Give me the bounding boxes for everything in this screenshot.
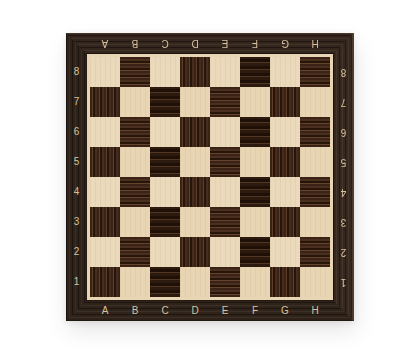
square-g7[interactable] (270, 87, 300, 117)
square-b6[interactable] (120, 117, 150, 147)
square-g5[interactable] (270, 147, 300, 177)
square-e1[interactable] (210, 267, 240, 297)
square-h8[interactable] (300, 57, 330, 87)
square-d8[interactable] (180, 57, 210, 87)
square-f7[interactable] (240, 87, 270, 117)
square-a1[interactable] (90, 267, 120, 297)
square-d6[interactable] (180, 117, 210, 147)
frame-left-rail (66, 33, 87, 321)
photo-background: ABCDEFGH ABCDEFGH 87654321 87654321 (0, 0, 420, 355)
square-a3[interactable] (90, 207, 120, 237)
squares-grid (90, 57, 330, 297)
square-c2[interactable] (150, 237, 180, 267)
square-e5[interactable] (210, 147, 240, 177)
square-e2[interactable] (210, 237, 240, 267)
chessboard: ABCDEFGH ABCDEFGH 87654321 87654321 (66, 33, 354, 321)
square-e7[interactable] (210, 87, 240, 117)
frame-right-rail (333, 33, 354, 321)
square-e3[interactable] (210, 207, 240, 237)
square-a4[interactable] (90, 177, 120, 207)
square-h3[interactable] (300, 207, 330, 237)
square-b2[interactable] (120, 237, 150, 267)
square-b7[interactable] (120, 87, 150, 117)
playing-field (87, 54, 333, 300)
square-g1[interactable] (270, 267, 300, 297)
square-h7[interactable] (300, 87, 330, 117)
square-c6[interactable] (150, 117, 180, 147)
square-c3[interactable] (150, 207, 180, 237)
square-g8[interactable] (270, 57, 300, 87)
square-f4[interactable] (240, 177, 270, 207)
square-e6[interactable] (210, 117, 240, 147)
square-a8[interactable] (90, 57, 120, 87)
square-g6[interactable] (270, 117, 300, 147)
square-f6[interactable] (240, 117, 270, 147)
square-b8[interactable] (120, 57, 150, 87)
square-h1[interactable] (300, 267, 330, 297)
square-a6[interactable] (90, 117, 120, 147)
square-g4[interactable] (270, 177, 300, 207)
frame-bottom-rail (66, 300, 354, 321)
square-d7[interactable] (180, 87, 210, 117)
square-g3[interactable] (270, 207, 300, 237)
square-f5[interactable] (240, 147, 270, 177)
square-f8[interactable] (240, 57, 270, 87)
square-h6[interactable] (300, 117, 330, 147)
square-d5[interactable] (180, 147, 210, 177)
square-b3[interactable] (120, 207, 150, 237)
square-h2[interactable] (300, 237, 330, 267)
square-c8[interactable] (150, 57, 180, 87)
square-c7[interactable] (150, 87, 180, 117)
frame-top-rail (66, 33, 354, 54)
square-a5[interactable] (90, 147, 120, 177)
square-e4[interactable] (210, 177, 240, 207)
square-c4[interactable] (150, 177, 180, 207)
square-d2[interactable] (180, 237, 210, 267)
square-b5[interactable] (120, 147, 150, 177)
square-b4[interactable] (120, 177, 150, 207)
square-f2[interactable] (240, 237, 270, 267)
square-d4[interactable] (180, 177, 210, 207)
square-h5[interactable] (300, 147, 330, 177)
square-b1[interactable] (120, 267, 150, 297)
square-c5[interactable] (150, 147, 180, 177)
square-g2[interactable] (270, 237, 300, 267)
square-f1[interactable] (240, 267, 270, 297)
square-a7[interactable] (90, 87, 120, 117)
square-f3[interactable] (240, 207, 270, 237)
square-d3[interactable] (180, 207, 210, 237)
square-c1[interactable] (150, 267, 180, 297)
square-h4[interactable] (300, 177, 330, 207)
square-d1[interactable] (180, 267, 210, 297)
square-a2[interactable] (90, 237, 120, 267)
square-e8[interactable] (210, 57, 240, 87)
